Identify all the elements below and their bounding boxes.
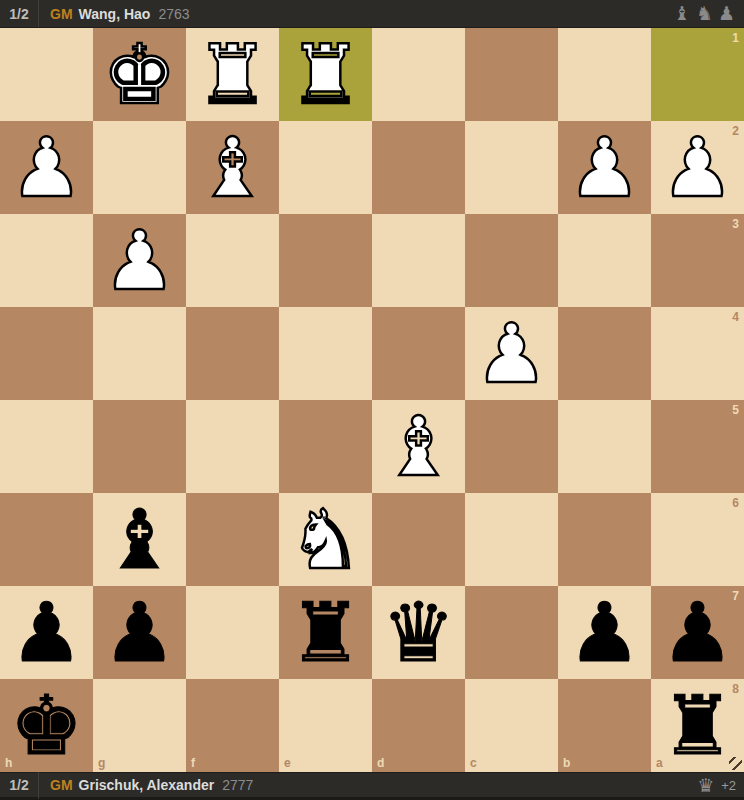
- bottom-player-name: Grischuk, Alexander: [79, 777, 215, 793]
- square-a2[interactable]: ♟2: [651, 121, 744, 214]
- file-label-d: d: [377, 756, 384, 770]
- square-a6[interactable]: 6: [651, 493, 744, 586]
- file-label-e: e: [284, 756, 291, 770]
- black-bishop[interactable]: ♝: [93, 493, 186, 586]
- score-separator: [38, 772, 39, 799]
- square-g2[interactable]: [93, 121, 186, 214]
- top-player-score: 1/2: [0, 6, 38, 22]
- white-bishop[interactable]: ♝: [372, 400, 465, 493]
- square-h2[interactable]: ♟: [0, 121, 93, 214]
- square-c4[interactable]: ♟: [465, 307, 558, 400]
- white-pawn[interactable]: ♟: [558, 121, 651, 214]
- black-queen[interactable]: ♛: [372, 586, 465, 679]
- square-c7[interactable]: [465, 586, 558, 679]
- square-c2[interactable]: [465, 121, 558, 214]
- square-f1[interactable]: ♜: [186, 28, 279, 121]
- square-f2[interactable]: ♝: [186, 121, 279, 214]
- square-g8[interactable]: g: [93, 679, 186, 772]
- square-g5[interactable]: [93, 400, 186, 493]
- square-b2[interactable]: ♟: [558, 121, 651, 214]
- white-king[interactable]: ♚: [93, 28, 186, 121]
- white-pawn[interactable]: ♟: [651, 121, 744, 214]
- board-resize-handle[interactable]: [729, 757, 742, 770]
- square-a7[interactable]: ♟7: [651, 586, 744, 679]
- square-f8[interactable]: f: [186, 679, 279, 772]
- square-g1[interactable]: ♚: [93, 28, 186, 121]
- square-h6[interactable]: [0, 493, 93, 586]
- top-player-title: GM: [50, 6, 73, 22]
- square-e8[interactable]: e: [279, 679, 372, 772]
- bottom-player-score: 1/2: [0, 777, 38, 793]
- square-h1[interactable]: [0, 28, 93, 121]
- rank-label-1: 1: [732, 31, 739, 45]
- square-c3[interactable]: [465, 214, 558, 307]
- file-label-f: f: [191, 756, 195, 770]
- square-b5[interactable]: [558, 400, 651, 493]
- square-d5[interactable]: ♝: [372, 400, 465, 493]
- square-e2[interactable]: [279, 121, 372, 214]
- file-label-c: c: [470, 756, 477, 770]
- square-f5[interactable]: [186, 400, 279, 493]
- square-b8[interactable]: b: [558, 679, 651, 772]
- square-f6[interactable]: [186, 493, 279, 586]
- bottom-player-title: GM: [50, 777, 73, 793]
- white-rook[interactable]: ♜: [279, 28, 372, 121]
- file-label-g: g: [98, 756, 105, 770]
- square-e6[interactable]: ♞: [279, 493, 372, 586]
- square-g6[interactable]: ♝: [93, 493, 186, 586]
- square-a1[interactable]: 1: [651, 28, 744, 121]
- square-b7[interactable]: ♟: [558, 586, 651, 679]
- file-label-a: a: [656, 756, 663, 770]
- square-g3[interactable]: ♟: [93, 214, 186, 307]
- square-a4[interactable]: 4: [651, 307, 744, 400]
- square-d4[interactable]: [372, 307, 465, 400]
- square-g7[interactable]: ♟: [93, 586, 186, 679]
- top-player-rating: 2763: [158, 6, 189, 22]
- black-pawn[interactable]: ♟: [0, 586, 93, 679]
- square-h7[interactable]: ♟: [0, 586, 93, 679]
- square-h4[interactable]: [0, 307, 93, 400]
- square-b4[interactable]: [558, 307, 651, 400]
- material-advantage: +2: [721, 778, 736, 793]
- square-a3[interactable]: 3: [651, 214, 744, 307]
- file-label-b: b: [563, 756, 570, 770]
- square-f4[interactable]: [186, 307, 279, 400]
- top-player-name: Wang, Hao: [79, 6, 151, 22]
- square-e5[interactable]: [279, 400, 372, 493]
- rank-label-2: 2: [732, 124, 739, 138]
- captured-bishop-icon: ♝: [674, 4, 691, 23]
- square-d6[interactable]: [372, 493, 465, 586]
- square-g4[interactable]: [93, 307, 186, 400]
- square-d3[interactable]: [372, 214, 465, 307]
- square-a5[interactable]: 5: [651, 400, 744, 493]
- top-captured-pieces: ♝♞♟: [674, 4, 735, 23]
- square-b6[interactable]: [558, 493, 651, 586]
- square-h5[interactable]: [0, 400, 93, 493]
- white-pawn[interactable]: ♟: [465, 307, 558, 400]
- square-c6[interactable]: [465, 493, 558, 586]
- black-king[interactable]: ♚: [0, 679, 93, 772]
- square-f7[interactable]: [186, 586, 279, 679]
- square-b3[interactable]: [558, 214, 651, 307]
- square-d2[interactable]: [372, 121, 465, 214]
- square-e3[interactable]: [279, 214, 372, 307]
- white-pawn[interactable]: ♟: [0, 121, 93, 214]
- square-d8[interactable]: d: [372, 679, 465, 772]
- chess-board: ♚♜♜1♟♝♟♟2♟3♟4♝5♝♞6♟♟♜♛♟♟7♚hgfedcb♜8a: [0, 28, 744, 772]
- bottom-captured-pieces: ♛: [697, 776, 714, 795]
- score-separator: [38, 0, 39, 27]
- square-c8[interactable]: c: [465, 679, 558, 772]
- black-pawn[interactable]: ♟: [651, 586, 744, 679]
- square-d1[interactable]: [372, 28, 465, 121]
- square-h3[interactable]: [0, 214, 93, 307]
- white-knight[interactable]: ♞: [279, 493, 372, 586]
- captured-queen-icon: ♛: [697, 776, 714, 795]
- square-d7[interactable]: ♛: [372, 586, 465, 679]
- square-c5[interactable]: [465, 400, 558, 493]
- square-e7[interactable]: ♜: [279, 586, 372, 679]
- rank-label-8: 8: [732, 682, 739, 696]
- rank-label-6: 6: [732, 496, 739, 510]
- top-player-bar: 1/2 GM Wang, Hao 2763 ♝♞♟: [0, 0, 744, 28]
- square-f3[interactable]: [186, 214, 279, 307]
- rank-label-4: 4: [732, 310, 739, 324]
- square-b1[interactable]: [558, 28, 651, 121]
- square-e1[interactable]: ♜: [279, 28, 372, 121]
- square-e4[interactable]: [279, 307, 372, 400]
- square-h8[interactable]: ♚h: [0, 679, 93, 772]
- rank-label-3: 3: [732, 217, 739, 231]
- rank-label-7: 7: [732, 589, 739, 603]
- file-label-h: h: [5, 756, 12, 770]
- captured-pawn-icon: ♟: [718, 4, 735, 23]
- square-c1[interactable]: [465, 28, 558, 121]
- black-pawn[interactable]: ♟: [558, 586, 651, 679]
- captured-knight-icon: ♞: [696, 4, 713, 23]
- white-bishop[interactable]: ♝: [186, 121, 279, 214]
- white-rook[interactable]: ♜: [186, 28, 279, 121]
- black-rook[interactable]: ♜: [279, 586, 372, 679]
- black-pawn[interactable]: ♟: [93, 586, 186, 679]
- bottom-player-rating: 2777: [222, 777, 253, 793]
- white-pawn[interactable]: ♟: [93, 214, 186, 307]
- rank-label-5: 5: [732, 403, 739, 417]
- bottom-player-bar: 1/2 GM Grischuk, Alexander 2777 ♛ +2: [0, 772, 744, 800]
